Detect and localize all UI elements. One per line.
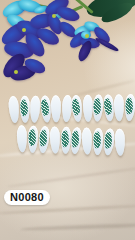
press-on-nail-leaf	[71, 95, 83, 123]
palm-leaf-nail-art	[103, 132, 114, 149]
flower-center	[14, 70, 18, 74]
press-on-nail-plain	[61, 95, 72, 122]
fabric-crease	[20, 223, 135, 232]
flower-center	[22, 28, 26, 32]
palm-leaf-nail-art	[17, 99, 29, 117]
press-on-nail-leaf	[37, 126, 50, 154]
palm-leaf-nail-art	[123, 97, 134, 114]
palm-leaf-nail-art	[69, 98, 82, 116]
flower-center	[85, 34, 89, 38]
press-on-nail-plain	[17, 125, 28, 152]
product-photo: N0080	[0, 0, 135, 240]
press-on-nail-plain	[82, 95, 92, 122]
press-on-nail-leaf	[93, 128, 104, 155]
press-on-nail-leaf	[70, 127, 83, 155]
product-code-label: N0080	[4, 190, 50, 205]
press-on-nail-leaf	[103, 94, 115, 122]
fabric-crease	[7, 166, 135, 187]
press-on-nail-leaf	[93, 94, 104, 121]
press-on-nail-plain	[29, 95, 40, 122]
palm-leaf-nail-art	[70, 131, 81, 148]
press-on-nail-leaf	[124, 94, 135, 121]
fabric-crease	[0, 204, 135, 215]
press-on-nail-leaf	[39, 95, 51, 123]
press-on-nail-plain	[49, 126, 60, 153]
palm-leaf-nail-art	[91, 131, 103, 148]
palm-leaf-nail-art	[59, 130, 71, 147]
press-on-nail-leaf	[103, 128, 116, 156]
nail-row-top	[9, 94, 135, 123]
nail-row-bottom	[17, 125, 126, 156]
flower-center	[52, 14, 56, 18]
press-on-nail-plain	[114, 129, 125, 156]
palm-leaf-nail-art	[101, 98, 114, 116]
press-on-nail-plain	[114, 94, 124, 121]
press-on-nail-leaf	[27, 126, 38, 153]
palm-leaf-nail-art	[26, 129, 38, 146]
press-on-nail-plain	[51, 95, 61, 122]
palm-leaf-nail-art	[38, 129, 49, 146]
press-on-nail-leaf	[60, 127, 71, 154]
press-on-nail-leaf	[19, 96, 29, 123]
palm-leaf-nail-art	[92, 98, 103, 115]
press-on-nail-plain	[8, 96, 20, 124]
press-on-nail-plain	[82, 127, 93, 154]
